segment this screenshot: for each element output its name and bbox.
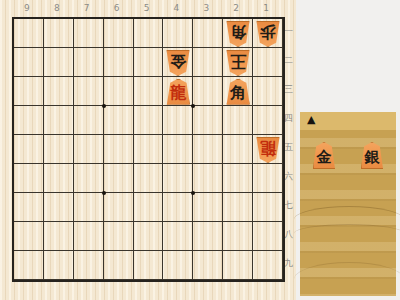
piece-2一[interactable]: 角 [226,21,250,47]
wood-grain [294,224,400,243]
piece-kanji: 銀 [365,150,380,165]
file-label: 1 [251,2,281,15]
piece-4三[interactable]: 龍 [166,79,190,105]
file-label: 4 [161,2,191,15]
piece-kanji: 角 [230,85,246,101]
star-point [102,104,106,108]
shogi-app: 987654321 一二三四五六七八九 角歩金王龍角龍 ▲ 金銀 [0,0,400,300]
star-point [102,191,106,195]
piece-kanji: 金 [317,150,332,165]
hand-piece-銀[interactable]: 銀 [361,142,384,169]
sente-turn-indicator: ▲ [307,113,315,127]
file-label: 5 [132,2,162,15]
file-label: 8 [42,2,72,15]
star-point [191,104,195,108]
file-labels: 987654321 [12,2,281,15]
piece-2二[interactable]: 王 [226,50,250,76]
star-point [191,191,195,195]
piece-2三[interactable]: 角 [226,79,250,105]
file-label: 2 [221,2,251,15]
komadai-sente: ▲ 金銀 [300,112,396,296]
hand-piece-金[interactable]: 金 [313,142,336,169]
file-label: 3 [191,2,221,15]
piece-kanji: 王 [230,53,246,69]
piece-kanji: 金 [170,53,186,69]
hand-pieces: 金銀 [300,142,396,169]
board-area: 987654321 一二三四五六七八九 角歩金王龍角龍 [0,0,296,300]
piece-kanji: 角 [230,24,246,40]
side-panel: ▲ 金銀 [296,0,400,300]
shogi-board[interactable]: 角歩金王龍角龍 [12,17,285,282]
piece-1五[interactable]: 龍 [256,137,280,163]
piece-kanji: 歩 [260,24,276,40]
piece-kanji: 龍 [260,140,276,156]
wood-grain [294,262,400,297]
piece-4二[interactable]: 金 [166,50,190,76]
file-label: 9 [12,2,42,15]
piece-kanji: 龍 [170,85,186,101]
file-label: 6 [102,2,132,15]
file-label: 7 [72,2,102,15]
piece-1一[interactable]: 歩 [256,21,280,47]
